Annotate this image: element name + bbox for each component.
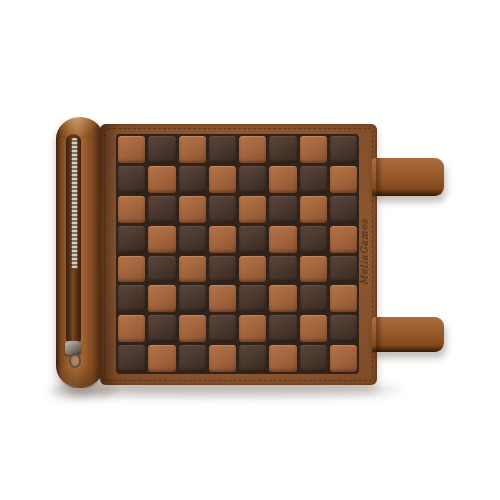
board-square bbox=[269, 166, 296, 193]
brand-embossing: MeliaGames bbox=[360, 202, 374, 302]
board-square bbox=[179, 136, 206, 163]
board-square bbox=[300, 196, 327, 223]
zipper-pull-ring bbox=[69, 353, 81, 368]
board-square bbox=[209, 166, 236, 193]
board-square bbox=[209, 345, 236, 372]
board-square bbox=[239, 256, 266, 283]
board-square bbox=[330, 256, 357, 283]
board-square bbox=[300, 256, 327, 283]
chess-board bbox=[116, 134, 359, 374]
board-square bbox=[269, 315, 296, 342]
board-square bbox=[118, 226, 145, 253]
board-square bbox=[148, 285, 175, 312]
board-square bbox=[148, 315, 175, 342]
board-square bbox=[269, 256, 296, 283]
board-square bbox=[269, 226, 296, 253]
board-square bbox=[300, 345, 327, 372]
board-square bbox=[148, 345, 175, 372]
board-square bbox=[118, 136, 145, 163]
board-square bbox=[330, 315, 357, 342]
board-square bbox=[179, 345, 206, 372]
board-square bbox=[179, 315, 206, 342]
board-square bbox=[330, 345, 357, 372]
board-square bbox=[179, 196, 206, 223]
board-square bbox=[179, 285, 206, 312]
board-square bbox=[118, 166, 145, 193]
board-square bbox=[269, 345, 296, 372]
board-square bbox=[118, 285, 145, 312]
board-square bbox=[118, 196, 145, 223]
board-square bbox=[148, 196, 175, 223]
board-square bbox=[239, 285, 266, 312]
strap-top bbox=[372, 158, 444, 196]
board-square bbox=[209, 226, 236, 253]
board-square bbox=[209, 315, 236, 342]
board-square bbox=[239, 136, 266, 163]
board-square bbox=[330, 166, 357, 193]
board-square bbox=[300, 136, 327, 163]
board-square bbox=[209, 256, 236, 283]
board-square bbox=[269, 136, 296, 163]
board-square bbox=[179, 256, 206, 283]
board-square bbox=[209, 285, 236, 312]
zipper-leather-tab bbox=[69, 268, 78, 342]
board-mat: MeliaGames bbox=[100, 124, 377, 385]
board-square bbox=[300, 226, 327, 253]
board-square bbox=[269, 285, 296, 312]
product-photo: MeliaGames bbox=[0, 0, 500, 500]
board-square bbox=[179, 166, 206, 193]
board-square bbox=[118, 345, 145, 372]
board-square bbox=[330, 285, 357, 312]
board-square bbox=[148, 256, 175, 283]
board-square bbox=[269, 196, 296, 223]
board-square bbox=[118, 315, 145, 342]
board-square bbox=[179, 226, 206, 253]
board-square bbox=[330, 226, 357, 253]
board-square bbox=[239, 166, 266, 193]
board-square bbox=[239, 315, 266, 342]
board-square bbox=[239, 345, 266, 372]
board-square bbox=[300, 285, 327, 312]
board-square bbox=[330, 136, 357, 163]
board-square bbox=[209, 196, 236, 223]
board-square bbox=[148, 136, 175, 163]
board-square bbox=[330, 196, 357, 223]
board-square bbox=[209, 136, 236, 163]
strap-bottom bbox=[372, 317, 444, 352]
board-square bbox=[148, 226, 175, 253]
board-square bbox=[300, 166, 327, 193]
board-square bbox=[239, 196, 266, 223]
board-square bbox=[148, 166, 175, 193]
board-square bbox=[300, 315, 327, 342]
board-square bbox=[118, 256, 145, 283]
board-square bbox=[239, 226, 266, 253]
